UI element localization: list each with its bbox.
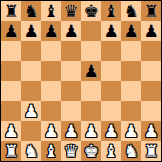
piece-white-pawn[interactable]: ♟ <box>43 121 58 141</box>
piece-black-pawn[interactable]: ♟ <box>3 21 18 41</box>
piece-black-knight[interactable]: ♞ <box>123 1 138 21</box>
square-g3[interactable] <box>121 101 141 121</box>
square-h1[interactable]: ♜ <box>141 141 161 161</box>
piece-black-rook[interactable]: ♜ <box>143 1 158 21</box>
piece-white-rook[interactable]: ♜ <box>3 141 18 161</box>
square-e7[interactable] <box>81 21 101 41</box>
square-f5[interactable] <box>101 61 121 81</box>
square-e4[interactable] <box>81 81 101 101</box>
piece-black-queen[interactable]: ♛ <box>63 1 78 21</box>
square-h4[interactable] <box>141 81 161 101</box>
square-c3[interactable] <box>41 101 61 121</box>
square-g7[interactable]: ♟ <box>121 21 141 41</box>
square-c4[interactable] <box>41 81 61 101</box>
piece-black-pawn[interactable]: ♟ <box>83 61 98 81</box>
square-b8[interactable]: ♞ <box>21 1 41 21</box>
piece-black-rook[interactable]: ♜ <box>3 1 18 21</box>
chess-board: ♜♞♝♛♚♝♞♜♟♟♟♟♟♟♟♟♟♟♟♟♟♟♟♟♜♞♝♛♚♝♞♜ <box>0 0 162 162</box>
square-a1[interactable]: ♜ <box>1 141 21 161</box>
square-c2[interactable]: ♟ <box>41 121 61 141</box>
piece-black-pawn[interactable]: ♟ <box>43 21 58 41</box>
piece-black-knight[interactable]: ♞ <box>23 1 38 21</box>
piece-white-bishop[interactable]: ♝ <box>43 141 58 161</box>
square-a2[interactable]: ♟ <box>1 121 21 141</box>
piece-white-pawn[interactable]: ♟ <box>143 121 158 141</box>
square-a6[interactable] <box>1 41 21 61</box>
piece-white-bishop[interactable]: ♝ <box>103 141 118 161</box>
piece-black-pawn[interactable]: ♟ <box>23 21 38 41</box>
piece-white-king[interactable]: ♚ <box>83 141 98 161</box>
square-f1[interactable]: ♝ <box>101 141 121 161</box>
square-a4[interactable] <box>1 81 21 101</box>
piece-white-queen[interactable]: ♛ <box>63 141 78 161</box>
square-a8[interactable]: ♜ <box>1 1 21 21</box>
square-g4[interactable] <box>121 81 141 101</box>
square-d5[interactable] <box>61 61 81 81</box>
square-d6[interactable] <box>61 41 81 61</box>
square-g8[interactable]: ♞ <box>121 1 141 21</box>
square-g6[interactable] <box>121 41 141 61</box>
square-f4[interactable] <box>101 81 121 101</box>
square-a3[interactable] <box>1 101 21 121</box>
square-h2[interactable]: ♟ <box>141 121 161 141</box>
piece-black-pawn[interactable]: ♟ <box>123 21 138 41</box>
square-d3[interactable] <box>61 101 81 121</box>
piece-black-pawn[interactable]: ♟ <box>63 21 78 41</box>
square-a5[interactable] <box>1 61 21 81</box>
piece-white-pawn[interactable]: ♟ <box>83 121 98 141</box>
square-f3[interactable] <box>101 101 121 121</box>
square-e2[interactable]: ♟ <box>81 121 101 141</box>
square-c5[interactable] <box>41 61 61 81</box>
piece-white-pawn[interactable]: ♟ <box>103 121 118 141</box>
square-g2[interactable]: ♟ <box>121 121 141 141</box>
square-d4[interactable] <box>61 81 81 101</box>
square-c8[interactable]: ♝ <box>41 1 61 21</box>
square-h3[interactable] <box>141 101 161 121</box>
square-d1[interactable]: ♛ <box>61 141 81 161</box>
piece-white-pawn[interactable]: ♟ <box>63 121 78 141</box>
square-b3[interactable]: ♟ <box>21 101 41 121</box>
square-b6[interactable] <box>21 41 41 61</box>
square-f8[interactable]: ♝ <box>101 1 121 21</box>
square-d2[interactable]: ♟ <box>61 121 81 141</box>
piece-white-rook[interactable]: ♜ <box>143 141 158 161</box>
square-e6[interactable] <box>81 41 101 61</box>
square-f2[interactable]: ♟ <box>101 121 121 141</box>
piece-white-pawn[interactable]: ♟ <box>123 121 138 141</box>
square-f7[interactable]: ♟ <box>101 21 121 41</box>
chessboard-container: ♜♞♝♛♚♝♞♜♟♟♟♟♟♟♟♟♟♟♟♟♟♟♟♟♜♞♝♛♚♝♞♜ <box>0 0 162 162</box>
square-e5[interactable]: ♟ <box>81 61 101 81</box>
square-h6[interactable] <box>141 41 161 61</box>
piece-black-king[interactable]: ♚ <box>83 1 98 21</box>
piece-white-pawn[interactable]: ♟ <box>3 121 18 141</box>
square-e3[interactable] <box>81 101 101 121</box>
square-h5[interactable] <box>141 61 161 81</box>
square-d8[interactable]: ♛ <box>61 1 81 21</box>
square-g5[interactable] <box>121 61 141 81</box>
square-h8[interactable]: ♜ <box>141 1 161 21</box>
square-b7[interactable]: ♟ <box>21 21 41 41</box>
square-e8[interactable]: ♚ <box>81 1 101 21</box>
piece-white-knight[interactable]: ♞ <box>23 141 38 161</box>
square-b1[interactable]: ♞ <box>21 141 41 161</box>
piece-black-bishop[interactable]: ♝ <box>103 1 118 21</box>
square-h7[interactable]: ♟ <box>141 21 161 41</box>
square-e1[interactable]: ♚ <box>81 141 101 161</box>
square-b2[interactable] <box>21 121 41 141</box>
square-b4[interactable] <box>21 81 41 101</box>
square-c6[interactable] <box>41 41 61 61</box>
square-g1[interactable]: ♞ <box>121 141 141 161</box>
square-c7[interactable]: ♟ <box>41 21 61 41</box>
square-d7[interactable]: ♟ <box>61 21 81 41</box>
square-f6[interactable] <box>101 41 121 61</box>
square-b5[interactable] <box>21 61 41 81</box>
piece-black-pawn[interactable]: ♟ <box>103 21 118 41</box>
piece-white-pawn[interactable]: ♟ <box>23 101 38 121</box>
piece-black-pawn[interactable]: ♟ <box>143 21 158 41</box>
piece-white-knight[interactable]: ♞ <box>123 141 138 161</box>
piece-black-bishop[interactable]: ♝ <box>43 1 58 21</box>
square-c1[interactable]: ♝ <box>41 141 61 161</box>
square-a7[interactable]: ♟ <box>1 21 21 41</box>
